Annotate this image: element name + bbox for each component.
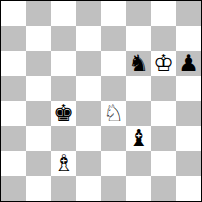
square-f8[interactable] bbox=[126, 1, 151, 26]
square-f1[interactable] bbox=[126, 176, 151, 201]
square-f7[interactable] bbox=[126, 26, 151, 51]
square-g4[interactable] bbox=[151, 101, 176, 126]
square-a6[interactable] bbox=[1, 51, 26, 76]
square-e8[interactable] bbox=[101, 1, 126, 26]
white-king-g6[interactable]: ♔ bbox=[153, 51, 174, 76]
square-h2[interactable] bbox=[176, 151, 201, 176]
square-g7[interactable] bbox=[151, 26, 176, 51]
square-a3[interactable] bbox=[1, 126, 26, 151]
square-d2[interactable] bbox=[76, 151, 101, 176]
square-a4[interactable] bbox=[1, 101, 26, 126]
square-a5[interactable] bbox=[1, 76, 26, 101]
square-b3[interactable] bbox=[26, 126, 51, 151]
square-d7[interactable] bbox=[76, 26, 101, 51]
square-g1[interactable] bbox=[151, 176, 176, 201]
square-g3[interactable] bbox=[151, 126, 176, 151]
square-d6[interactable] bbox=[76, 51, 101, 76]
black-bishop-f3[interactable]: ♝ bbox=[128, 126, 149, 151]
square-b8[interactable] bbox=[26, 1, 51, 26]
square-a7[interactable] bbox=[1, 26, 26, 51]
square-g8[interactable] bbox=[151, 1, 176, 26]
square-c4[interactable]: ♚ bbox=[51, 101, 76, 126]
square-f5[interactable] bbox=[126, 76, 151, 101]
square-g6[interactable]: ♔ bbox=[151, 51, 176, 76]
square-b2[interactable] bbox=[26, 151, 51, 176]
square-b1[interactable] bbox=[26, 176, 51, 201]
black-pawn-h6[interactable]: ♟ bbox=[178, 51, 199, 76]
square-c8[interactable] bbox=[51, 1, 76, 26]
square-h7[interactable] bbox=[176, 26, 201, 51]
square-e5[interactable] bbox=[101, 76, 126, 101]
square-d8[interactable] bbox=[76, 1, 101, 26]
square-h1[interactable] bbox=[176, 176, 201, 201]
square-c6[interactable] bbox=[51, 51, 76, 76]
square-c5[interactable] bbox=[51, 76, 76, 101]
chess-board: ♞♔♟♚♘♝♗ bbox=[0, 0, 202, 202]
black-king-c4[interactable]: ♚ bbox=[53, 101, 74, 126]
square-b6[interactable] bbox=[26, 51, 51, 76]
square-b5[interactable] bbox=[26, 76, 51, 101]
square-b4[interactable] bbox=[26, 101, 51, 126]
square-c1[interactable] bbox=[51, 176, 76, 201]
square-e2[interactable] bbox=[101, 151, 126, 176]
square-f3[interactable]: ♝ bbox=[126, 126, 151, 151]
square-d5[interactable] bbox=[76, 76, 101, 101]
square-h6[interactable]: ♟ bbox=[176, 51, 201, 76]
square-e1[interactable] bbox=[101, 176, 126, 201]
square-e3[interactable] bbox=[101, 126, 126, 151]
square-d1[interactable] bbox=[76, 176, 101, 201]
square-h8[interactable] bbox=[176, 1, 201, 26]
square-e6[interactable] bbox=[101, 51, 126, 76]
square-a1[interactable] bbox=[1, 176, 26, 201]
square-c3[interactable] bbox=[51, 126, 76, 151]
square-g2[interactable] bbox=[151, 151, 176, 176]
square-h3[interactable] bbox=[176, 126, 201, 151]
square-c2[interactable]: ♗ bbox=[51, 151, 76, 176]
square-f6[interactable]: ♞ bbox=[126, 51, 151, 76]
square-g5[interactable] bbox=[151, 76, 176, 101]
square-d3[interactable] bbox=[76, 126, 101, 151]
square-c7[interactable] bbox=[51, 26, 76, 51]
square-d4[interactable] bbox=[76, 101, 101, 126]
square-a8[interactable] bbox=[1, 1, 26, 26]
square-f2[interactable] bbox=[126, 151, 151, 176]
square-h4[interactable] bbox=[176, 101, 201, 126]
square-a2[interactable] bbox=[1, 151, 26, 176]
square-f4[interactable] bbox=[126, 101, 151, 126]
black-knight-f6[interactable]: ♞ bbox=[128, 51, 149, 76]
square-e7[interactable] bbox=[101, 26, 126, 51]
square-h5[interactable] bbox=[176, 76, 201, 101]
square-b7[interactable] bbox=[26, 26, 51, 51]
white-bishop-c2[interactable]: ♗ bbox=[53, 151, 74, 176]
white-knight-e4[interactable]: ♘ bbox=[103, 101, 124, 126]
square-e4[interactable]: ♘ bbox=[101, 101, 126, 126]
